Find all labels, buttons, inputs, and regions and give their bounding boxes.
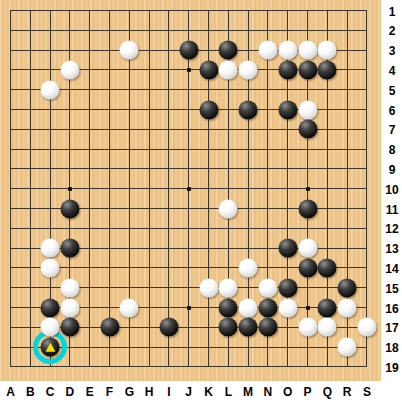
row-label-13: 13	[380, 242, 402, 256]
stone-black-Q16[interactable]	[318, 298, 337, 317]
stone-black-Q4[interactable]	[318, 60, 337, 79]
col-label-N: N	[258, 385, 278, 399]
col-label-G: G	[119, 385, 139, 399]
stone-black-L17[interactable]	[219, 318, 238, 337]
stone-white-M16[interactable]	[239, 298, 258, 317]
col-label-S: S	[357, 385, 377, 399]
col-label-B: B	[20, 385, 40, 399]
stone-black-P14[interactable]	[298, 258, 317, 277]
stone-white-M14[interactable]	[239, 258, 258, 277]
stone-white-P13[interactable]	[298, 239, 317, 258]
row-label-7: 7	[380, 123, 402, 137]
stone-white-L4[interactable]	[219, 60, 238, 79]
row-label-17: 17	[380, 321, 402, 335]
col-label-D: D	[60, 385, 80, 399]
triangle-marker	[45, 342, 55, 351]
go-board[interactable]	[0, 0, 381, 381]
stone-black-Q14[interactable]	[318, 258, 337, 277]
stone-black-K6[interactable]	[199, 100, 218, 119]
stone-black-D17[interactable]	[60, 318, 79, 337]
col-label-E: E	[80, 385, 100, 399]
stone-black-P11[interactable]	[298, 199, 317, 218]
row-label-9: 9	[380, 163, 402, 177]
stone-white-D4[interactable]	[60, 60, 79, 79]
stone-black-N16[interactable]	[258, 298, 277, 317]
col-label-A: A	[1, 385, 21, 399]
stone-black-C18[interactable]	[41, 338, 60, 357]
stone-black-D11[interactable]	[60, 199, 79, 218]
col-label-R: R	[337, 385, 357, 399]
stone-black-O15[interactable]	[278, 278, 297, 297]
row-label-4: 4	[380, 64, 402, 78]
col-label-K: K	[199, 385, 219, 399]
grid-line-row-19	[10, 366, 367, 367]
col-label-I: I	[159, 385, 179, 399]
star-point-J10	[187, 187, 191, 191]
stone-black-M17[interactable]	[239, 318, 258, 337]
row-label-15: 15	[380, 282, 402, 296]
stone-white-L11[interactable]	[219, 199, 238, 218]
col-label-Q: Q	[317, 385, 337, 399]
stone-black-J3[interactable]	[179, 41, 198, 60]
stone-black-L16[interactable]	[219, 298, 238, 317]
row-label-8: 8	[380, 143, 402, 157]
stone-white-C5[interactable]	[41, 80, 60, 99]
col-label-H: H	[139, 385, 159, 399]
stone-black-K4[interactable]	[199, 60, 218, 79]
stone-black-N17[interactable]	[258, 318, 277, 337]
star-point-P10	[306, 187, 310, 191]
stone-black-F17[interactable]	[100, 318, 119, 337]
go-app-window: ABCDEFGHIJKLMNOPQRS123456789101112131415…	[0, 0, 402, 402]
row-label-16: 16	[380, 302, 402, 316]
stone-white-D15[interactable]	[60, 278, 79, 297]
stone-white-C13[interactable]	[41, 239, 60, 258]
row-label-2: 2	[380, 24, 402, 38]
stone-black-O4[interactable]	[278, 60, 297, 79]
stone-white-P3[interactable]	[298, 41, 317, 60]
stone-white-O3[interactable]	[278, 41, 297, 60]
stone-white-C17[interactable]	[41, 318, 60, 337]
stone-black-C16[interactable]	[41, 298, 60, 317]
stone-black-D13[interactable]	[60, 239, 79, 258]
stone-black-O13[interactable]	[278, 239, 297, 258]
row-label-11: 11	[380, 203, 402, 217]
stone-black-I17[interactable]	[159, 318, 178, 337]
stone-white-C14[interactable]	[41, 258, 60, 277]
stone-white-P6[interactable]	[298, 100, 317, 119]
row-label-1: 1	[380, 5, 402, 19]
row-label-18: 18	[380, 341, 402, 355]
stone-white-Q3[interactable]	[318, 41, 337, 60]
stone-black-O6[interactable]	[278, 100, 297, 119]
stone-black-P7[interactable]	[298, 120, 317, 139]
col-label-F: F	[100, 385, 120, 399]
grid-line-row-12	[10, 228, 367, 229]
col-label-L: L	[218, 385, 238, 399]
stone-white-R18[interactable]	[338, 338, 357, 357]
stone-white-S17[interactable]	[357, 318, 376, 337]
stone-white-P17[interactable]	[298, 318, 317, 337]
stone-white-N3[interactable]	[258, 41, 277, 60]
star-point-J4	[187, 68, 191, 72]
stone-white-G3[interactable]	[120, 41, 139, 60]
stone-black-R15[interactable]	[338, 278, 357, 297]
stone-black-P4[interactable]	[298, 60, 317, 79]
stone-white-M4[interactable]	[239, 60, 258, 79]
row-label-3: 3	[380, 44, 402, 58]
row-label-5: 5	[380, 84, 402, 98]
row-label-19: 19	[380, 361, 402, 375]
col-label-J: J	[179, 385, 199, 399]
row-label-10: 10	[380, 183, 402, 197]
col-label-O: O	[278, 385, 298, 399]
star-point-P16	[306, 306, 310, 310]
stone-white-N15[interactable]	[258, 278, 277, 297]
stone-white-L15[interactable]	[219, 278, 238, 297]
stone-black-L3[interactable]	[219, 41, 238, 60]
col-label-C: C	[40, 385, 60, 399]
col-label-M: M	[238, 385, 258, 399]
star-point-J16	[187, 306, 191, 310]
stone-white-O16[interactable]	[278, 298, 297, 317]
star-point-D10	[68, 187, 72, 191]
stone-white-D16[interactable]	[60, 298, 79, 317]
stone-white-G16[interactable]	[120, 298, 139, 317]
row-label-14: 14	[380, 262, 402, 276]
row-label-6: 6	[380, 104, 402, 118]
grid-line-col-S	[366, 10, 367, 367]
stone-black-M6[interactable]	[239, 100, 258, 119]
stone-white-K15[interactable]	[199, 278, 218, 297]
row-label-12: 12	[380, 222, 402, 236]
col-label-P: P	[298, 385, 318, 399]
stone-white-R16[interactable]	[338, 298, 357, 317]
stone-white-Q17[interactable]	[318, 318, 337, 337]
